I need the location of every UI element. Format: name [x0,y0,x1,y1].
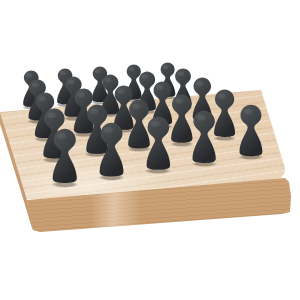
pawn[interactable] [235,104,267,158]
pawn[interactable] [188,110,220,165]
board-stage [0,0,300,300]
pawn-icon [142,116,175,172]
pawn-icon [235,104,267,158]
pawn[interactable] [142,116,175,172]
pawn[interactable] [48,128,82,185]
pawn-icon [188,110,220,165]
pawn[interactable] [95,122,128,178]
pawn-icon [95,122,128,178]
pawn-icon [48,128,82,185]
